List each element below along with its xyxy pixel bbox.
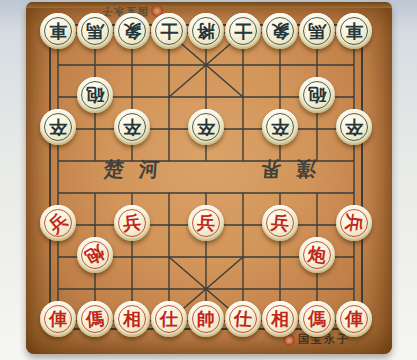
- piece-black-soldier[interactable]: 卒: [262, 109, 298, 145]
- piece-glyph: 車: [40, 13, 76, 49]
- piece-black-advisor[interactable]: 士: [151, 13, 187, 49]
- piece-glyph: 卒: [336, 109, 372, 145]
- piece-red-soldier[interactable]: 兵: [114, 205, 150, 241]
- piece-glyph: 馬: [77, 13, 113, 49]
- piece-black-horse[interactable]: 馬: [77, 13, 113, 49]
- piece-glyph: 傌: [299, 301, 335, 337]
- piece-red-soldier[interactable]: 兵: [336, 205, 372, 241]
- piece-red-advisor[interactable]: 仕: [225, 301, 261, 337]
- piece-glyph: 馬: [299, 13, 335, 49]
- piece-red-advisor[interactable]: 仕: [151, 301, 187, 337]
- piece-glyph: 兵: [260, 203, 300, 243]
- piece-black-cannon[interactable]: 砲: [299, 77, 335, 113]
- piece-glyph: 相: [114, 301, 150, 337]
- piece-black-chariot[interactable]: 車: [40, 13, 76, 49]
- piece-red-cannon[interactable]: 炮: [299, 237, 335, 273]
- piece-glyph: 傌: [75, 299, 114, 338]
- piece-glyph: 俥: [336, 301, 372, 337]
- piece-red-soldier[interactable]: 兵: [262, 205, 298, 241]
- piece-red-horse[interactable]: 傌: [77, 301, 113, 337]
- piece-black-horse[interactable]: 馬: [299, 13, 335, 49]
- piece-black-advisor[interactable]: 士: [225, 13, 261, 49]
- piece-glyph: 砲: [77, 77, 113, 113]
- piece-glyph: 士: [225, 13, 261, 49]
- piece-red-horse[interactable]: 傌: [299, 301, 335, 337]
- piece-glyph: 象: [114, 13, 150, 49]
- piece-red-chariot[interactable]: 俥: [40, 301, 76, 337]
- piece-glyph: 兵: [187, 204, 225, 242]
- piece-glyph: 卒: [188, 109, 224, 145]
- river-label-left: 楚河: [103, 156, 175, 182]
- piece-glyph: 卒: [262, 109, 298, 145]
- piece-black-soldier[interactable]: 卒: [40, 109, 76, 145]
- piece-glyph: 兵: [334, 203, 375, 244]
- piece-red-chariot[interactable]: 俥: [336, 301, 372, 337]
- piece-red-general[interactable]: 帥: [188, 301, 224, 337]
- piece-black-soldier[interactable]: 卒: [114, 109, 150, 145]
- piece-glyph: 仕: [151, 301, 187, 337]
- river-label-right: 漢界: [245, 156, 317, 182]
- piece-black-chariot[interactable]: 車: [336, 13, 372, 49]
- piece-glyph: 兵: [112, 203, 151, 242]
- piece-glyph: 卒: [40, 109, 76, 145]
- piece-black-elephant[interactable]: 象: [114, 13, 150, 49]
- piece-black-soldier[interactable]: 卒: [336, 109, 372, 145]
- piece-glyph: 象: [262, 13, 298, 49]
- photo-scene: 楚河 漢界 国宝永子 国宝永子 車馬象士將士象馬車砲砲卒卒卒卒卒兵兵兵兵兵炮炮俥…: [0, 0, 417, 360]
- piece-red-soldier[interactable]: 兵: [188, 205, 224, 241]
- piece-red-elephant[interactable]: 相: [262, 301, 298, 337]
- piece-red-soldier[interactable]: 兵: [40, 205, 76, 241]
- piece-glyph: 相: [262, 301, 298, 337]
- piece-glyph: 帥: [188, 301, 224, 337]
- piece-glyph: 炮: [297, 235, 338, 276]
- piece-black-general[interactable]: 將: [188, 13, 224, 49]
- piece-glyph: 將: [188, 13, 224, 49]
- piece-red-cannon[interactable]: 炮: [77, 237, 113, 273]
- piece-glyph: 車: [336, 13, 372, 49]
- piece-glyph: 砲: [299, 77, 335, 113]
- piece-black-soldier[interactable]: 卒: [188, 109, 224, 145]
- piece-red-elephant[interactable]: 相: [114, 301, 150, 337]
- piece-glyph: 仕: [224, 300, 262, 338]
- piece-black-cannon[interactable]: 砲: [77, 77, 113, 113]
- piece-black-elephant[interactable]: 象: [262, 13, 298, 49]
- piece-glyph: 士: [151, 13, 187, 49]
- piece-glyph: 俥: [40, 301, 76, 337]
- piece-glyph: 卒: [114, 109, 150, 145]
